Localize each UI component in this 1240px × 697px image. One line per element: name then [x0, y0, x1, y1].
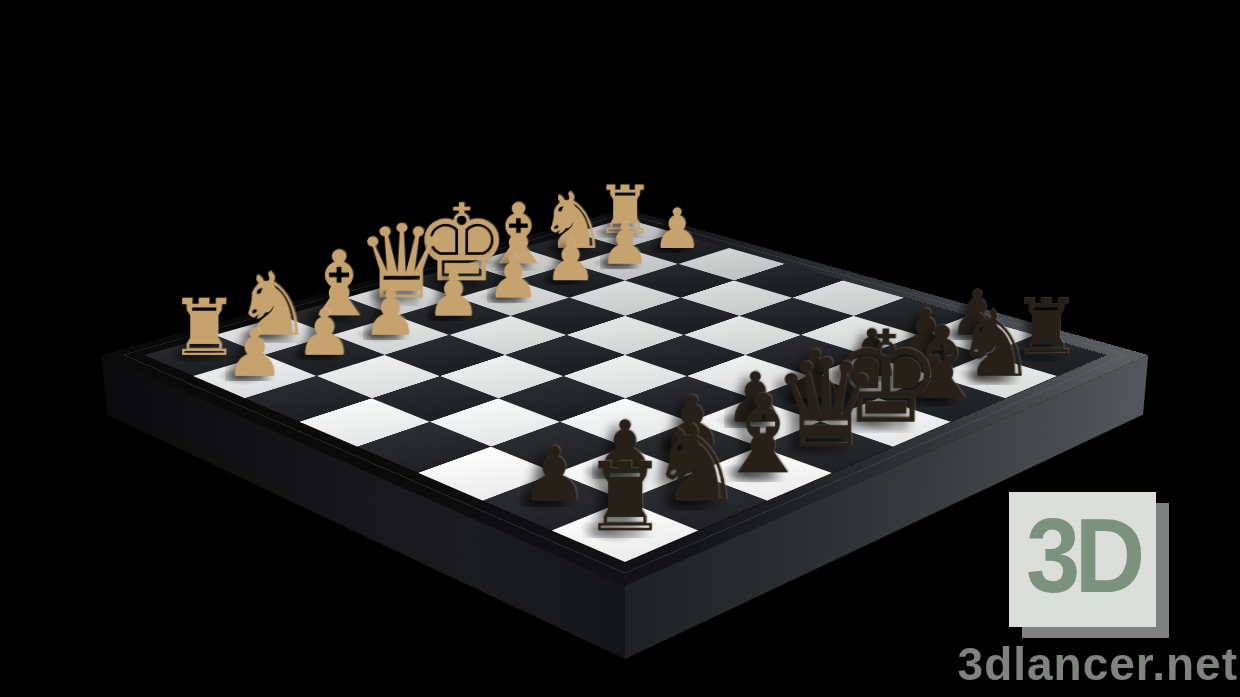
square-e4	[566, 316, 683, 355]
piece-white-pawn: ♟	[225, 320, 284, 386]
piece-white-pawn: ♟	[296, 301, 353, 365]
piece-white-pawn: ♟	[487, 247, 540, 306]
watermark-site-link: 3dlancer.net	[958, 637, 1238, 691]
piece-white-pawn: ♟	[544, 231, 596, 289]
piece-white-pawn: ♟	[363, 282, 419, 344]
piece-white-pawn: ♟	[600, 216, 651, 273]
watermark-logo-text: 3D	[1026, 495, 1140, 616]
piece-black-rook: ♜	[582, 450, 667, 545]
watermark-logo-face: 3D	[1009, 492, 1156, 627]
render-canvas: ♜♟♟♜♞♟♟♞♝♟♟♝♚♟♟♚♛♟♟♛♝♟♟♝♞♟♟♞♜♟♟♜ 3D 3dla…	[0, 0, 1240, 697]
board-grid: ♜♟♟♜♞♟♟♞♝♟♟♝♚♟♟♚♛♟♟♛♝♟♟♝♞♟♟♞♜♟♟♜	[144, 219, 1106, 562]
square-d4	[505, 335, 625, 376]
chess-board: ♜♟♟♜♞♟♟♞♝♟♟♝♚♟♟♚♛♟♟♛♝♟♟♝♞♟♟♞♜♟♟♜	[102, 209, 1149, 586]
watermark-logo: 3D	[1009, 492, 1170, 639]
piece-black-pawn: ♟	[520, 436, 588, 512]
piece-white-pawn: ♟	[652, 201, 702, 256]
piece-white-pawn: ♟	[426, 264, 481, 325]
